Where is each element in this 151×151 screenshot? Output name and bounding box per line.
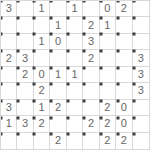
cell-r7-c6[interactable] <box>83 100 99 116</box>
cell-r8-c9[interactable] <box>133 116 149 132</box>
lattice-dot <box>150 0 151 3</box>
clue-number: 2 <box>104 135 110 146</box>
cell-r5-c2[interactable]: 2 <box>17 67 33 83</box>
cell-r4-c7[interactable] <box>100 50 116 66</box>
clue-number: 2 <box>104 102 110 113</box>
cell-r2-c8[interactable] <box>116 17 132 33</box>
lattice-dot <box>50 150 53 151</box>
cell-r4-c3[interactable] <box>34 50 50 66</box>
cell-r1-c8[interactable]: 2 <box>116 1 132 17</box>
cell-r8-c3[interactable]: 2 <box>34 116 50 132</box>
cell-r5-c8[interactable] <box>116 67 132 83</box>
clue-number: 3 <box>88 36 94 47</box>
lattice-dot <box>0 150 3 151</box>
cell-r8-c7[interactable]: 2 <box>100 116 116 132</box>
clue-number: 2 <box>55 102 61 113</box>
cell-r7-c1[interactable]: 3 <box>1 100 17 116</box>
clue-number: 2 <box>88 53 94 64</box>
clue-number: 0 <box>39 69 45 80</box>
clue-number: 1 <box>71 3 77 14</box>
clue-number: 0 <box>121 102 127 113</box>
cell-r9-c4[interactable]: 2 <box>50 133 66 149</box>
lattice-dot <box>150 16 151 19</box>
clue-number: 2 <box>121 3 127 14</box>
cell-r5-c9[interactable]: 3 <box>133 67 149 83</box>
cell-r3-c5[interactable] <box>67 34 83 50</box>
cell-r6-c8[interactable] <box>116 83 132 99</box>
cell-r1-c3[interactable]: 1 <box>34 1 50 17</box>
lattice-dot <box>133 150 136 151</box>
cell-r6-c5[interactable] <box>67 83 83 99</box>
cell-r9-c9[interactable] <box>133 133 149 149</box>
cell-r8-c4[interactable] <box>50 116 66 132</box>
clue-number: 1 <box>39 36 45 47</box>
cell-r5-c5[interactable]: 1 <box>67 67 83 83</box>
cell-r7-c9[interactable] <box>133 100 149 116</box>
cell-r1-c6[interactable] <box>83 1 99 17</box>
clue-number: 1 <box>39 102 45 113</box>
cell-r4-c9[interactable]: 3 <box>133 50 149 66</box>
cell-r5-c6[interactable] <box>83 67 99 83</box>
cell-r9-c1[interactable] <box>1 133 17 149</box>
clue-number: 2 <box>22 69 28 80</box>
lattice-dot <box>100 150 103 151</box>
clue-number: 2 <box>39 85 45 96</box>
clue-number: 2 <box>88 20 94 31</box>
clue-number: 2 <box>55 135 61 146</box>
cell-r8-c8[interactable]: 0 <box>116 116 132 132</box>
cell-r2-c2[interactable] <box>17 17 33 33</box>
clue-number: 0 <box>104 3 110 14</box>
slitherlink-board[interactable]: 311021211032323201132331220132220222 <box>0 0 150 150</box>
clue-number: 1 <box>39 3 45 14</box>
cell-r3-c4[interactable]: 0 <box>50 34 66 50</box>
clue-number: 1 <box>55 20 61 31</box>
cell-r8-c2[interactable]: 3 <box>17 116 33 132</box>
clue-number: 3 <box>138 69 144 80</box>
clue-number: 2 <box>121 135 127 146</box>
clue-number: 3 <box>6 3 12 14</box>
cell-r5-c3[interactable]: 0 <box>34 67 50 83</box>
cell-r3-c7[interactable] <box>100 34 116 50</box>
lattice-dot <box>66 150 69 151</box>
clue-number: 1 <box>104 20 110 31</box>
lattice-dot <box>83 150 86 151</box>
cell-r5-c1[interactable] <box>1 67 17 83</box>
cell-r2-c9[interactable] <box>133 17 149 33</box>
cell-r1-c7[interactable]: 0 <box>100 1 116 17</box>
clue-number: 0 <box>121 118 127 129</box>
cell-r5-c4[interactable]: 1 <box>50 67 66 83</box>
cell-r5-c7[interactable] <box>100 67 116 83</box>
lattice-dot <box>150 150 151 151</box>
lattice-dot <box>150 66 151 69</box>
clue-number: 2 <box>39 118 45 129</box>
lattice-dot <box>150 100 151 103</box>
lattice-dot <box>150 116 151 119</box>
lattice-dot <box>150 133 151 136</box>
lattice-dot <box>33 150 36 151</box>
cell-r6-c9[interactable]: 3 <box>133 83 149 99</box>
cell-r6-c3[interactable]: 2 <box>34 83 50 99</box>
cell-r7-c5[interactable] <box>67 100 83 116</box>
cell-r4-c6[interactable]: 2 <box>83 50 99 66</box>
cell-r3-c2[interactable] <box>17 34 33 50</box>
cell-r9-c5[interactable] <box>67 133 83 149</box>
cell-r9-c6[interactable] <box>83 133 99 149</box>
cell-r2-c3[interactable] <box>34 17 50 33</box>
cell-r1-c9[interactable] <box>133 1 149 17</box>
clue-number: 3 <box>22 118 28 129</box>
lattice-dot <box>150 83 151 86</box>
clue-number: 0 <box>55 36 61 47</box>
lattice-dot <box>116 150 119 151</box>
cell-r2-c7[interactable]: 1 <box>100 17 116 33</box>
cell-r1-c4[interactable] <box>50 1 66 17</box>
cell-r6-c7[interactable] <box>100 83 116 99</box>
cell-r9-c7[interactable]: 2 <box>100 133 116 149</box>
clue-number: 1 <box>71 69 77 80</box>
cell-r2-c4[interactable]: 1 <box>50 17 66 33</box>
clue-number: 3 <box>138 85 144 96</box>
cell-r1-c1[interactable]: 3 <box>1 1 17 17</box>
cell-r8-c1[interactable]: 1 <box>1 116 17 132</box>
cell-r4-c8[interactable] <box>116 50 132 66</box>
cell-r2-c1[interactable] <box>1 17 17 33</box>
clue-number: 3 <box>6 102 12 113</box>
lattice-dot <box>150 50 151 53</box>
cell-r6-c6[interactable] <box>83 83 99 99</box>
clue-number: 3 <box>138 53 144 64</box>
cell-r7-c4[interactable]: 2 <box>50 100 66 116</box>
cell-r9-c8[interactable]: 2 <box>116 133 132 149</box>
cell-r4-c2[interactable]: 3 <box>17 50 33 66</box>
clue-number: 1 <box>6 118 12 129</box>
cell-r7-c7[interactable]: 2 <box>100 100 116 116</box>
cell-r3-c8[interactable] <box>116 34 132 50</box>
cell-r6-c1[interactable] <box>1 83 17 99</box>
cell-r1-c2[interactable] <box>17 1 33 17</box>
cell-r8-c5[interactable] <box>67 116 83 132</box>
cell-r1-c5[interactable]: 1 <box>67 1 83 17</box>
cell-r4-c1[interactable]: 2 <box>1 50 17 66</box>
cell-r9-c3[interactable] <box>34 133 50 149</box>
cell-r2-c5[interactable] <box>67 17 83 33</box>
clue-number: 2 <box>88 118 94 129</box>
cell-r7-c2[interactable] <box>17 100 33 116</box>
cell-r3-c3[interactable]: 1 <box>34 34 50 50</box>
clue-number: 2 <box>104 118 110 129</box>
lattice-dot <box>150 33 151 36</box>
cell-r8-c6[interactable]: 2 <box>83 116 99 132</box>
cell-r6-c2[interactable] <box>17 83 33 99</box>
clue-number: 1 <box>55 69 61 80</box>
cell-r3-c9[interactable] <box>133 34 149 50</box>
clue-number: 3 <box>22 53 28 64</box>
cell-r6-c4[interactable] <box>50 83 66 99</box>
cell-r7-c3[interactable]: 1 <box>34 100 50 116</box>
cell-r4-c5[interactable] <box>67 50 83 66</box>
cell-r3-c1[interactable] <box>1 34 17 50</box>
cell-r3-c6[interactable]: 3 <box>83 34 99 50</box>
cell-r4-c4[interactable] <box>50 50 66 66</box>
clue-number: 2 <box>6 53 12 64</box>
cell-r9-c2[interactable] <box>17 133 33 149</box>
lattice-dot <box>16 150 19 151</box>
cell-r2-c6[interactable]: 2 <box>83 17 99 33</box>
cell-r7-c8[interactable]: 0 <box>116 100 132 116</box>
